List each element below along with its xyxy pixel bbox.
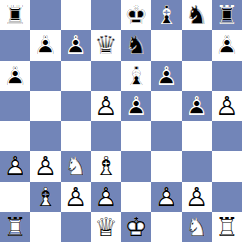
piece-outline: ♙ [212, 91, 242, 121]
piece-outline: ♕ [91, 212, 121, 242]
black-rook-icon[interactable]: ♜♖ [0, 0, 30, 30]
piece-outline: ♔ [121, 212, 151, 242]
piece-outline: ♙ [0, 61, 30, 91]
square-b3[interactable]: ♟♙ [30, 151, 60, 181]
piece-outline: ♗ [91, 151, 121, 181]
piece-outline: ♔ [121, 0, 151, 30]
white-pawn-icon[interactable]: ♟♙ [212, 91, 242, 121]
piece-outline: ♗ [30, 182, 60, 212]
piece-outline: ♖ [0, 212, 30, 242]
piece-outline: ♘ [61, 151, 91, 181]
piece-outline: ♗ [151, 0, 181, 30]
square-f7[interactable] [151, 30, 181, 60]
white-pawn-icon[interactable]: ♟♙ [91, 91, 121, 121]
square-f2[interactable]: ♟♙ [151, 182, 181, 212]
black-bishop-icon[interactable]: ♝♗ [151, 0, 181, 30]
square-e4[interactable] [121, 121, 151, 151]
square-h5[interactable]: ♟♙ [212, 91, 242, 121]
piece-outline: ♘ [182, 212, 212, 242]
square-e3[interactable] [121, 151, 151, 181]
square-g6[interactable] [182, 61, 212, 91]
white-pawn-icon[interactable]: ♟♙ [151, 182, 181, 212]
square-c2[interactable]: ♟♙ [61, 182, 91, 212]
square-d1[interactable]: ♛♕ [91, 212, 121, 242]
piece-outline: ♙ [182, 91, 212, 121]
white-pawn-icon[interactable]: ♟♙ [0, 151, 30, 181]
square-c7[interactable]: ♟♙ [61, 30, 91, 60]
black-pawn-icon[interactable]: ♟♙ [212, 30, 242, 60]
piece-outline: ♙ [91, 182, 121, 212]
black-rook-icon[interactable]: ♜♖ [212, 0, 242, 30]
square-a6[interactable]: ♟♙ [0, 61, 30, 91]
square-a7[interactable] [0, 30, 30, 60]
square-b7[interactable]: ♟♙ [30, 30, 60, 60]
square-c4[interactable] [61, 121, 91, 151]
square-b6[interactable] [30, 61, 60, 91]
white-bishop-icon[interactable]: ♝♗ [30, 182, 60, 212]
black-pawn-icon[interactable]: ♟♙ [151, 61, 181, 91]
white-knight-icon[interactable]: ♞♘ [182, 212, 212, 242]
square-b2[interactable]: ♝♗ [30, 182, 60, 212]
piece-outline: ♘ [121, 30, 151, 60]
square-g8[interactable]: ♞♘ [182, 0, 212, 30]
piece-outline: ♙ [0, 151, 30, 181]
square-d7[interactable]: ♛♕ [91, 30, 121, 60]
square-g2[interactable]: ♟♙ [182, 182, 212, 212]
square-g4[interactable] [182, 121, 212, 151]
piece-outline: ♕ [91, 30, 121, 60]
piece-outline: ♖ [212, 0, 242, 30]
square-f6[interactable]: ♟♙ [151, 61, 181, 91]
square-g1[interactable]: ♞♘ [182, 212, 212, 242]
square-f4[interactable] [151, 121, 181, 151]
square-g3[interactable] [182, 151, 212, 181]
white-pawn-icon[interactable]: ♟♙ [182, 182, 212, 212]
square-f8[interactable]: ♝♗ [151, 0, 181, 30]
white-rook-icon[interactable]: ♜♖ [0, 212, 30, 242]
piece-outline: ♖ [0, 0, 30, 30]
square-h7[interactable]: ♟♙ [212, 30, 242, 60]
square-b4[interactable] [30, 121, 60, 151]
black-pawn-icon[interactable]: ♟♙ [61, 30, 91, 60]
square-e8[interactable]: ♚♔ [121, 0, 151, 30]
square-f3[interactable] [151, 151, 181, 181]
black-pawn-icon[interactable]: ♟♙ [30, 30, 60, 60]
black-pawn-icon[interactable]: ♟♙ [182, 91, 212, 121]
piece-outline: ♙ [61, 30, 91, 60]
square-b5[interactable] [30, 91, 60, 121]
square-d4[interactable] [91, 121, 121, 151]
square-g7[interactable] [182, 30, 212, 60]
square-a5[interactable] [0, 91, 30, 121]
square-h4[interactable] [212, 121, 242, 151]
square-h8[interactable]: ♜♖ [212, 0, 242, 30]
square-b1[interactable] [30, 212, 60, 242]
square-d3[interactable]: ♝♗ [91, 151, 121, 181]
square-f5[interactable] [151, 91, 181, 121]
square-h1[interactable]: ♜♖ [212, 212, 242, 242]
chess-board: ♜♖♚♔♝♗♞♘♜♖♟♙♟♙♛♕♞♘♟♙♟♙♝♗♟♙♟♙♟♙♟♙♟♙♟♙♟♙♞♘… [0, 0, 242, 242]
piece-outline: ♙ [151, 182, 181, 212]
white-pawn-icon[interactable]: ♟♙ [61, 182, 91, 212]
black-knight-icon[interactable]: ♞♘ [182, 0, 212, 30]
white-king-icon[interactable]: ♚♔ [121, 212, 151, 242]
piece-outline: ♗ [121, 61, 151, 91]
square-a1[interactable]: ♜♖ [0, 212, 30, 242]
piece-outline: ♘ [182, 0, 212, 30]
black-pawn-icon[interactable]: ♟♙ [0, 61, 30, 91]
square-c1[interactable] [61, 212, 91, 242]
square-a3[interactable]: ♟♙ [0, 151, 30, 181]
white-pawn-icon[interactable]: ♟♙ [30, 151, 60, 181]
piece-outline: ♙ [121, 91, 151, 121]
white-pawn-icon[interactable]: ♟♙ [91, 182, 121, 212]
square-c5[interactable] [61, 91, 91, 121]
black-king-icon[interactable]: ♚♔ [121, 0, 151, 30]
square-e1[interactable]: ♚♔ [121, 212, 151, 242]
square-g5[interactable]: ♟♙ [182, 91, 212, 121]
square-c8[interactable] [61, 0, 91, 30]
square-f1[interactable] [151, 212, 181, 242]
square-d6[interactable] [91, 61, 121, 91]
black-bishop-icon[interactable]: ♝♗ [121, 61, 151, 91]
square-e6[interactable]: ♝♗ [121, 61, 151, 91]
piece-outline: ♙ [91, 91, 121, 121]
square-e5[interactable]: ♟♙ [121, 91, 151, 121]
square-b8[interactable] [30, 0, 60, 30]
black-knight-icon[interactable]: ♞♘ [121, 30, 151, 60]
piece-outline: ♙ [151, 61, 181, 91]
square-c6[interactable] [61, 61, 91, 91]
white-queen-icon[interactable]: ♛♕ [91, 212, 121, 242]
square-e7[interactable]: ♞♘ [121, 30, 151, 60]
square-d8[interactable] [91, 0, 121, 30]
piece-outline: ♙ [30, 151, 60, 181]
white-knight-icon[interactable]: ♞♘ [61, 151, 91, 181]
piece-outline: ♙ [212, 30, 242, 60]
square-d2[interactable]: ♟♙ [91, 182, 121, 212]
black-pawn-icon[interactable]: ♟♙ [121, 91, 151, 121]
square-a4[interactable] [0, 121, 30, 151]
square-a2[interactable] [0, 182, 30, 212]
piece-outline: ♙ [61, 182, 91, 212]
piece-outline: ♙ [182, 182, 212, 212]
square-c3[interactable]: ♞♘ [61, 151, 91, 181]
square-e2[interactable] [121, 182, 151, 212]
black-queen-icon[interactable]: ♛♕ [91, 30, 121, 60]
piece-outline: ♖ [212, 212, 242, 242]
square-d5[interactable]: ♟♙ [91, 91, 121, 121]
white-bishop-icon[interactable]: ♝♗ [91, 151, 121, 181]
square-h3[interactable] [212, 151, 242, 181]
square-h2[interactable] [212, 182, 242, 212]
square-h6[interactable] [212, 61, 242, 91]
square-a8[interactable]: ♜♖ [0, 0, 30, 30]
piece-outline: ♙ [30, 30, 60, 60]
white-rook-icon[interactable]: ♜♖ [212, 212, 242, 242]
